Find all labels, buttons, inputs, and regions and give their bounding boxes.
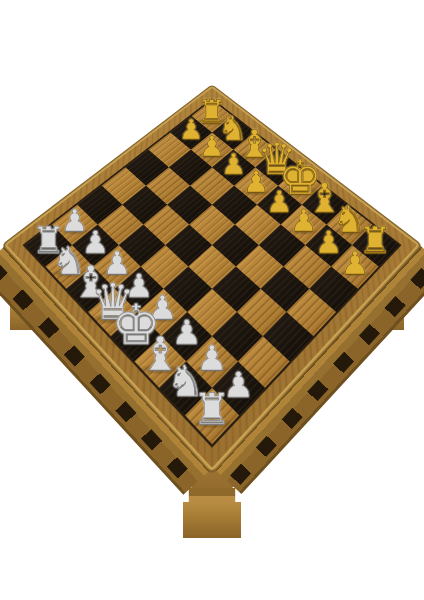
board-squares: [22, 98, 401, 448]
chess-set: ♜♞♝♛♚♝♞♜♟♟♟♟♟♟♟♟♟♟♟♟♟♟♟♟♜♞♝♛♚♝♞♜: [0, 0, 424, 600]
chess-board: [7, 88, 417, 468]
product-photo: ♜♞♝♛♚♝♞♜♟♟♟♟♟♟♟♟♟♟♟♟♟♟♟♟♜♞♝♛♚♝♞♜: [0, 0, 424, 600]
box-foot-front: [183, 488, 241, 538]
